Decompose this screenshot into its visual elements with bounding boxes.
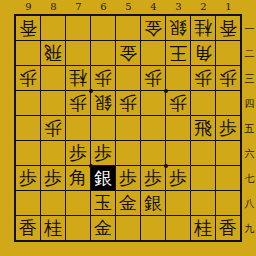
square-18[interactable] bbox=[216, 191, 240, 215]
gote-lance-piece: 香 bbox=[219, 19, 237, 37]
square-91[interactable]: 香 bbox=[16, 16, 40, 40]
square-75[interactable] bbox=[66, 116, 90, 140]
square-82[interactable]: 飛 bbox=[41, 41, 65, 65]
square-22[interactable]: 角 bbox=[191, 41, 215, 65]
square-16[interactable] bbox=[216, 141, 240, 165]
rank-label-6: 六 bbox=[243, 141, 256, 166]
sente-knight-piece: 桂 bbox=[194, 219, 212, 237]
square-96[interactable] bbox=[16, 141, 40, 165]
square-23[interactable]: 歩 bbox=[191, 66, 215, 90]
rank-label-7: 七 bbox=[243, 166, 256, 191]
square-41[interactable]: 金 bbox=[141, 16, 165, 40]
square-42[interactable] bbox=[141, 41, 165, 65]
shogi-board: 香金銀桂香飛金王角歩桂歩歩歩歩歩銀歩歩歩飛歩歩歩歩歩角銀歩歩歩玉金銀香桂金桂香 bbox=[14, 14, 242, 242]
gote-lance-piece: 香 bbox=[19, 19, 37, 37]
board-grid: 香金銀桂香飛金王角歩桂歩歩歩歩歩銀歩歩歩飛歩歩歩歩歩角銀歩歩歩玉金銀香桂金桂香 bbox=[16, 16, 240, 240]
gote-bishop-piece: 角 bbox=[194, 44, 212, 62]
sente-pawn-piece: 歩 bbox=[219, 119, 237, 137]
gote-pawn-piece: 歩 bbox=[94, 69, 112, 87]
sente-pawn-piece: 歩 bbox=[144, 169, 162, 187]
square-45[interactable] bbox=[141, 116, 165, 140]
square-55[interactable] bbox=[116, 116, 140, 140]
square-99[interactable]: 香 bbox=[16, 216, 40, 240]
sente-pawn-piece: 歩 bbox=[44, 169, 62, 187]
square-57[interactable]: 歩 bbox=[116, 166, 140, 190]
square-49[interactable] bbox=[141, 216, 165, 240]
square-79[interactable] bbox=[66, 216, 90, 240]
square-11[interactable]: 香 bbox=[216, 16, 240, 40]
square-25[interactable]: 飛 bbox=[191, 116, 215, 140]
square-89[interactable]: 桂 bbox=[41, 216, 65, 240]
file-label-1: 1 bbox=[216, 0, 241, 13]
square-26[interactable] bbox=[191, 141, 215, 165]
gote-silver-piece: 銀 bbox=[169, 19, 187, 37]
file-labels: 9 8 7 6 5 4 3 2 1 bbox=[16, 0, 241, 13]
square-87[interactable]: 歩 bbox=[41, 166, 65, 190]
square-81[interactable] bbox=[41, 16, 65, 40]
square-56[interactable] bbox=[116, 141, 140, 165]
square-52[interactable]: 金 bbox=[116, 41, 140, 65]
star-point-bottom-left bbox=[89, 164, 93, 168]
square-72[interactable] bbox=[66, 41, 90, 65]
square-13[interactable]: 歩 bbox=[216, 66, 240, 90]
square-69[interactable]: 金 bbox=[91, 216, 115, 240]
square-74[interactable]: 歩 bbox=[66, 91, 90, 115]
square-21[interactable]: 桂 bbox=[191, 16, 215, 40]
square-65[interactable] bbox=[91, 116, 115, 140]
square-38[interactable] bbox=[166, 191, 190, 215]
square-67[interactable]: 銀 bbox=[91, 166, 115, 190]
gote-pawn-piece: 歩 bbox=[219, 69, 237, 87]
square-71[interactable] bbox=[66, 16, 90, 40]
rank-labels: 一 二 三 四 五 六 七 八 九 bbox=[243, 16, 256, 241]
file-label-4: 4 bbox=[141, 0, 166, 13]
sente-pawn-piece: 歩 bbox=[119, 169, 137, 187]
gote-king-piece: 王 bbox=[169, 44, 187, 62]
square-64[interactable]: 銀 bbox=[91, 91, 115, 115]
gote-knight-piece: 桂 bbox=[69, 69, 87, 87]
gote-gold-piece: 金 bbox=[119, 44, 137, 62]
square-84[interactable] bbox=[41, 91, 65, 115]
square-54[interactable]: 歩 bbox=[116, 91, 140, 115]
square-77[interactable]: 角 bbox=[66, 166, 90, 190]
sente-rook-piece: 飛 bbox=[194, 119, 212, 137]
gote-pawn-piece: 歩 bbox=[169, 94, 187, 112]
rank-label-1: 一 bbox=[243, 16, 256, 41]
square-98[interactable] bbox=[16, 191, 40, 215]
gote-pawn-piece: 歩 bbox=[19, 69, 37, 87]
file-label-3: 3 bbox=[166, 0, 191, 13]
gote-gold-piece: 金 bbox=[144, 19, 162, 37]
square-86[interactable] bbox=[41, 141, 65, 165]
square-94[interactable] bbox=[16, 91, 40, 115]
square-35[interactable] bbox=[166, 116, 190, 140]
square-31[interactable]: 銀 bbox=[166, 16, 190, 40]
sente-bishop-piece: 角 bbox=[69, 169, 87, 187]
square-15[interactable]: 歩 bbox=[216, 116, 240, 140]
star-point-top-left bbox=[89, 89, 93, 93]
square-47[interactable]: 歩 bbox=[141, 166, 165, 190]
sente-pawn-piece: 歩 bbox=[169, 169, 187, 187]
square-24[interactable] bbox=[191, 91, 215, 115]
square-51[interactable] bbox=[116, 16, 140, 40]
square-85[interactable]: 歩 bbox=[41, 116, 65, 140]
sente-silver-piece: 銀 bbox=[94, 169, 112, 187]
square-61[interactable] bbox=[91, 16, 115, 40]
square-28[interactable] bbox=[191, 191, 215, 215]
file-label-5: 5 bbox=[116, 0, 141, 13]
rank-label-8: 八 bbox=[243, 191, 256, 216]
square-92[interactable] bbox=[16, 41, 40, 65]
star-point-top-right bbox=[164, 89, 168, 93]
square-59[interactable] bbox=[116, 216, 140, 240]
rank-label-2: 二 bbox=[243, 41, 256, 66]
sente-silver-piece: 銀 bbox=[144, 194, 162, 212]
star-point-bottom-right bbox=[164, 164, 168, 168]
square-32[interactable]: 王 bbox=[166, 41, 190, 65]
square-88[interactable] bbox=[41, 191, 65, 215]
square-39[interactable] bbox=[166, 216, 190, 240]
gote-pawn-piece: 歩 bbox=[144, 69, 162, 87]
sente-pawn-piece: 歩 bbox=[69, 144, 87, 162]
square-19[interactable]: 香 bbox=[216, 216, 240, 240]
rank-label-5: 五 bbox=[243, 116, 256, 141]
square-44[interactable] bbox=[141, 91, 165, 115]
square-63[interactable]: 歩 bbox=[91, 66, 115, 90]
square-37[interactable]: 歩 bbox=[166, 166, 190, 190]
rank-label-9: 九 bbox=[243, 216, 256, 241]
square-95[interactable] bbox=[16, 116, 40, 140]
square-78[interactable] bbox=[66, 191, 90, 215]
square-83[interactable] bbox=[41, 66, 65, 90]
sente-gold-piece: 金 bbox=[94, 219, 112, 237]
square-66[interactable]: 歩 bbox=[91, 141, 115, 165]
square-17[interactable] bbox=[216, 166, 240, 190]
file-label-8: 8 bbox=[41, 0, 66, 13]
gote-silver-piece: 銀 bbox=[94, 94, 112, 112]
gote-pawn-piece: 歩 bbox=[119, 94, 137, 112]
square-53[interactable] bbox=[116, 66, 140, 90]
gote-knight-piece: 桂 bbox=[194, 19, 212, 37]
square-93[interactable]: 歩 bbox=[16, 66, 40, 90]
file-label-6: 6 bbox=[91, 0, 116, 13]
file-label-9: 9 bbox=[16, 0, 41, 13]
gote-pawn-piece: 歩 bbox=[194, 69, 212, 87]
sente-lance-piece: 香 bbox=[219, 219, 237, 237]
gote-rook-piece: 飛 bbox=[44, 44, 62, 62]
rank-label-4: 四 bbox=[243, 91, 256, 116]
square-43[interactable]: 歩 bbox=[141, 66, 165, 90]
sente-pawn-piece: 歩 bbox=[94, 144, 112, 162]
file-label-2: 2 bbox=[191, 0, 216, 13]
file-label-7: 7 bbox=[66, 0, 91, 13]
gote-pawn-piece: 歩 bbox=[69, 94, 87, 112]
square-27[interactable] bbox=[191, 166, 215, 190]
square-68[interactable]: 玉 bbox=[91, 191, 115, 215]
sente-gold-piece: 金 bbox=[119, 194, 137, 212]
sente-lance-piece: 香 bbox=[19, 219, 37, 237]
square-29[interactable]: 桂 bbox=[191, 216, 215, 240]
square-36[interactable] bbox=[166, 141, 190, 165]
square-34[interactable]: 歩 bbox=[166, 91, 190, 115]
square-73[interactable]: 桂 bbox=[66, 66, 90, 90]
square-62[interactable] bbox=[91, 41, 115, 65]
gote-pawn-piece: 歩 bbox=[44, 119, 62, 137]
square-33[interactable] bbox=[166, 66, 190, 90]
square-12[interactable] bbox=[216, 41, 240, 65]
sente-knight-piece: 桂 bbox=[44, 219, 62, 237]
rank-label-3: 三 bbox=[243, 66, 256, 91]
square-58[interactable]: 金 bbox=[116, 191, 140, 215]
square-97[interactable]: 歩 bbox=[16, 166, 40, 190]
sente-pawn-piece: 歩 bbox=[19, 169, 37, 187]
sente-king-piece: 玉 bbox=[94, 194, 112, 212]
square-14[interactable] bbox=[216, 91, 240, 115]
square-48[interactable]: 銀 bbox=[141, 191, 165, 215]
square-46[interactable] bbox=[141, 141, 165, 165]
square-76[interactable]: 歩 bbox=[66, 141, 90, 165]
